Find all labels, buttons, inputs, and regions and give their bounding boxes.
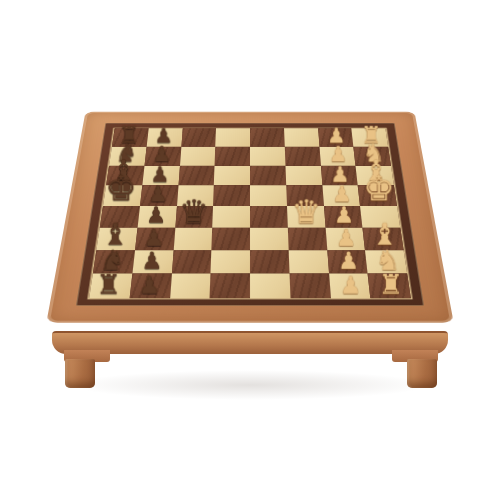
piece-light-rook-h1: ♜: [360, 124, 381, 146]
square-a3: [289, 274, 330, 299]
board-leg-left: [64, 350, 110, 390]
square-c6: [173, 228, 212, 251]
square-f4: [250, 166, 286, 186]
square-e8: ♚: [103, 185, 142, 206]
square-e3: [286, 185, 324, 206]
square-d8: [100, 206, 140, 228]
square-c4: [250, 228, 288, 251]
square-h5: [215, 128, 250, 146]
piece-light-pawn-a2: ♟: [340, 275, 362, 298]
leg-foot: [407, 359, 437, 388]
square-g1: ♞: [354, 147, 391, 166]
square-b3: [288, 250, 328, 274]
piece-dark-bishop-c8: ♝: [102, 221, 129, 250]
piece-dark-pawn-c7: ♟: [144, 228, 165, 250]
leg-foot: [65, 359, 95, 388]
piece-light-knight-b1: ♞: [375, 247, 400, 273]
piece-dark-pawn-b7: ♟: [141, 251, 162, 273]
chess-table-board: ♜♟♟♜♞♟♟♞♝♟♟♝♚♟♟♚♟♛♛♟♝♟♟♝♞♟♟♞♜♟♟♜: [23, 103, 476, 336]
chess-set-product-photo: ♜♟♟♜♞♟♟♞♝♟♟♝♚♟♟♚♟♛♛♟♝♟♟♝♞♟♟♞♜♟♟♜: [0, 0, 500, 500]
board-front-edge: [52, 331, 448, 354]
square-e1: ♚: [358, 185, 397, 206]
square-c1: ♝: [363, 228, 404, 251]
square-g6: [180, 147, 216, 166]
square-d1: [360, 206, 400, 228]
square-a2: ♟: [329, 274, 371, 299]
square-g8: ♞: [109, 147, 146, 166]
square-h2: ♟: [318, 128, 354, 146]
square-d2: ♟: [324, 206, 363, 228]
square-h6: [181, 128, 216, 146]
piece-light-pawn-e2: ♟: [332, 185, 352, 206]
square-c2: ♟: [325, 228, 365, 251]
piece-light-rook-a1: ♜: [378, 272, 403, 298]
square-b4: [250, 250, 289, 274]
piece-light-bishop-c1: ♝: [371, 221, 398, 250]
square-d7: ♟: [137, 206, 176, 228]
square-d3: ♛: [287, 206, 325, 228]
square-f2: ♟: [320, 166, 357, 186]
square-g7: ♟: [144, 147, 181, 166]
board-leg-right: [392, 350, 438, 390]
square-e5: [213, 185, 250, 206]
square-b5: [211, 250, 250, 274]
square-a4: [250, 274, 290, 299]
board-frame: ♜♟♟♜♞♟♟♞♝♟♟♝♚♟♟♚♟♛♛♟♝♟♟♝♞♟♟♞♜♟♟♜: [46, 112, 453, 323]
square-d5: [212, 206, 250, 228]
piece-dark-rook-a8: ♜: [97, 272, 122, 298]
piece-light-king-e1: ♚: [363, 172, 394, 205]
square-g5: [215, 147, 250, 166]
square-b6: [171, 250, 211, 274]
square-b1: ♞: [365, 250, 407, 274]
square-h4: [250, 128, 285, 146]
piece-light-pawn-d2: ♟: [334, 206, 354, 227]
square-f5: [214, 166, 250, 186]
chessboard-grid: ♜♟♟♜♞♟♟♞♝♟♟♝♚♟♟♚♟♛♛♟♝♟♟♝♞♟♟♞♜♟♟♜: [89, 128, 411, 298]
square-d6: ♛: [175, 206, 213, 228]
square-e2: ♟: [322, 185, 360, 206]
board-inlay-border: ♜♟♟♜♞♟♟♞♝♟♟♝♚♟♟♚♟♛♛♟♝♟♟♝♞♟♟♞♜♟♟♜: [76, 123, 424, 306]
square-c7: ♟: [135, 228, 175, 251]
square-a1: ♜: [368, 274, 411, 299]
piece-dark-pawn-d7: ♟: [146, 206, 166, 227]
square-h7: ♟: [146, 128, 182, 146]
square-f1: ♝: [356, 166, 394, 186]
square-g2: ♟: [319, 147, 356, 166]
square-f8: ♝: [106, 166, 144, 186]
square-c3: [288, 228, 327, 251]
square-b7: ♟: [132, 250, 173, 274]
square-h3: [284, 128, 319, 146]
square-g3: [285, 147, 321, 166]
square-b2: ♟: [327, 250, 368, 274]
piece-dark-king-e8: ♚: [106, 172, 137, 205]
piece-dark-knight-b8: ♞: [100, 247, 125, 273]
square-f6: [178, 166, 215, 186]
square-a6: [170, 274, 211, 299]
square-a7: ♟: [129, 274, 171, 299]
square-f3: [285, 166, 322, 186]
piece-light-pawn-b2: ♟: [338, 251, 359, 273]
piece-light-pawn-h2: ♟: [327, 127, 346, 147]
square-a8: ♜: [89, 274, 132, 299]
square-h8: ♜: [112, 128, 149, 146]
square-b8: ♞: [93, 250, 135, 274]
square-a5: [210, 274, 250, 299]
piece-dark-pawn-a7: ♟: [139, 275, 161, 298]
square-f7: ♟: [142, 166, 179, 186]
square-e7: ♟: [140, 185, 178, 206]
piece-dark-pawn-f7: ♟: [150, 165, 169, 185]
piece-light-pawn-c2: ♟: [336, 228, 357, 250]
piece-light-pawn-g2: ♟: [329, 145, 348, 165]
square-d4: [250, 206, 288, 228]
piece-dark-pawn-h7: ♟: [154, 127, 173, 147]
square-h1: ♜: [352, 128, 389, 146]
square-e4: [250, 185, 287, 206]
square-c8: ♝: [96, 228, 137, 251]
piece-light-pawn-f2: ♟: [330, 165, 349, 185]
square-g4: [250, 147, 285, 166]
piece-dark-rook-h8: ♜: [119, 124, 140, 146]
square-e6: [177, 185, 215, 206]
piece-dark-pawn-e7: ♟: [148, 185, 168, 206]
piece-dark-pawn-g7: ♟: [152, 145, 171, 165]
square-c5: [212, 228, 250, 251]
